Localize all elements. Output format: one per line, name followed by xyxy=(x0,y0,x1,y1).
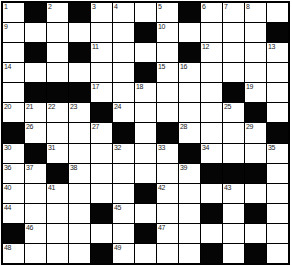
white-cell-r13c1[interactable]: 48 xyxy=(3,244,24,263)
clue-number-23: 23 xyxy=(70,103,77,111)
clue-number-33: 33 xyxy=(158,144,165,152)
clue-number-32: 32 xyxy=(114,144,121,152)
clue-number-19: 19 xyxy=(246,83,253,91)
clue-number-9: 9 xyxy=(4,23,8,31)
white-cell-r11c2[interactable] xyxy=(25,204,46,223)
white-cell-r12c13[interactable] xyxy=(267,224,288,243)
white-cell-r10c9[interactable] xyxy=(179,184,200,203)
black-cell-r9c12 xyxy=(245,164,266,183)
clue-number-17: 17 xyxy=(92,83,99,91)
white-cell-r4c6[interactable] xyxy=(113,63,134,82)
black-cell-r3c2 xyxy=(25,43,46,62)
black-cell-r7c6 xyxy=(113,123,134,142)
white-cell-r5c6[interactable] xyxy=(113,83,134,102)
white-cell-r10c6[interactable] xyxy=(113,184,134,203)
clue-number-26: 26 xyxy=(26,123,33,131)
white-cell-r2c9[interactable] xyxy=(179,23,200,42)
crossword-grid: 1234567891011121314151617181920212223242… xyxy=(1,1,290,265)
white-cell-r9c8[interactable] xyxy=(157,164,178,183)
white-cell-r3c6[interactable] xyxy=(113,43,134,62)
white-cell-r2c10[interactable] xyxy=(201,23,222,42)
white-cell-r13c11[interactable] xyxy=(223,244,244,263)
white-cell-r1c10[interactable]: 6 xyxy=(201,3,222,22)
clue-number-36: 36 xyxy=(4,164,11,172)
clue-number-6: 6 xyxy=(202,3,206,11)
white-cell-r9c9[interactable]: 39 xyxy=(179,164,200,183)
white-cell-r7c11[interactable] xyxy=(223,123,244,142)
clue-number-35: 35 xyxy=(268,144,275,152)
white-cell-r13c13[interactable] xyxy=(267,244,288,263)
white-cell-r6c1[interactable]: 20 xyxy=(3,103,24,122)
white-cell-r4c9[interactable]: 16 xyxy=(179,63,200,82)
white-cell-r11c7[interactable] xyxy=(135,204,156,223)
clue-number-46: 46 xyxy=(26,224,33,232)
black-cell-r13c10 xyxy=(201,244,222,263)
white-cell-r10c2[interactable] xyxy=(25,184,46,203)
white-cell-r12c6[interactable] xyxy=(113,224,134,243)
white-cell-r8c4[interactable] xyxy=(69,144,90,163)
white-cell-r9c13[interactable] xyxy=(267,164,288,183)
clue-number-14: 14 xyxy=(4,63,11,71)
white-cell-r4c1[interactable]: 14 xyxy=(3,63,24,82)
white-cell-r12c5[interactable] xyxy=(91,224,112,243)
black-cell-r5c11 xyxy=(223,83,244,102)
white-cell-r10c10[interactable] xyxy=(201,184,222,203)
white-cell-r7c10[interactable] xyxy=(201,123,222,142)
white-cell-r3c5[interactable]: 11 xyxy=(91,43,112,62)
white-cell-r11c11[interactable] xyxy=(223,204,244,223)
black-cell-r1c2 xyxy=(25,3,46,22)
clue-number-7: 7 xyxy=(224,3,228,11)
white-cell-r1c3[interactable]: 2 xyxy=(47,3,68,22)
clue-number-44: 44 xyxy=(4,204,11,212)
white-cell-r11c8[interactable] xyxy=(157,204,178,223)
clue-number-45: 45 xyxy=(114,204,121,212)
black-cell-r3c9 xyxy=(179,43,200,62)
white-cell-r4c13[interactable] xyxy=(267,63,288,82)
clue-number-31: 31 xyxy=(48,144,55,152)
white-cell-r2c1[interactable]: 9 xyxy=(3,23,24,42)
black-cell-r5c4 xyxy=(69,83,90,102)
clue-number-5: 5 xyxy=(158,3,162,11)
clue-number-10: 10 xyxy=(158,23,165,31)
white-cell-r3c11[interactable] xyxy=(223,43,244,62)
white-cell-r6c11[interactable]: 25 xyxy=(223,103,244,122)
white-cell-r12c8[interactable]: 47 xyxy=(157,224,178,243)
clue-number-42: 42 xyxy=(158,184,165,192)
black-cell-r9c3 xyxy=(47,164,68,183)
black-cell-r5c2 xyxy=(25,83,46,102)
black-cell-r2c7 xyxy=(135,23,156,42)
white-cell-r6c2[interactable]: 21 xyxy=(25,103,46,122)
white-cell-r13c9[interactable] xyxy=(179,244,200,263)
black-cell-r2c13 xyxy=(267,23,288,42)
clue-number-47: 47 xyxy=(158,224,165,232)
white-cell-r10c11[interactable]: 43 xyxy=(223,184,244,203)
white-cell-r13c3[interactable] xyxy=(47,244,68,263)
white-cell-r12c2[interactable]: 46 xyxy=(25,224,46,243)
white-cell-r10c4[interactable] xyxy=(69,184,90,203)
clue-number-43: 43 xyxy=(224,184,231,192)
white-cell-r6c8[interactable] xyxy=(157,103,178,122)
white-cell-r8c8[interactable]: 33 xyxy=(157,144,178,163)
white-cell-r11c6[interactable]: 45 xyxy=(113,204,134,223)
clue-number-3: 3 xyxy=(92,3,96,11)
white-cell-r9c6[interactable] xyxy=(113,164,134,183)
white-cell-r8c5[interactable] xyxy=(91,144,112,163)
white-cell-r6c10[interactable] xyxy=(201,103,222,122)
white-cell-r3c7[interactable] xyxy=(135,43,156,62)
clue-number-11: 11 xyxy=(92,43,99,51)
white-cell-r8c7[interactable] xyxy=(135,144,156,163)
white-cell-r7c9[interactable]: 28 xyxy=(179,123,200,142)
white-cell-r1c5[interactable]: 3 xyxy=(91,3,112,22)
black-cell-r4c7 xyxy=(135,63,156,82)
white-cell-r11c13[interactable] xyxy=(267,204,288,223)
clue-number-25: 25 xyxy=(224,103,231,111)
black-cell-r7c1 xyxy=(3,123,24,142)
white-cell-r10c12[interactable] xyxy=(245,184,266,203)
clue-number-16: 16 xyxy=(180,63,187,71)
clue-number-4: 4 xyxy=(114,3,118,11)
white-cell-r11c9[interactable] xyxy=(179,204,200,223)
black-cell-r13c12 xyxy=(245,244,266,263)
clue-number-24: 24 xyxy=(114,103,121,111)
white-cell-r5c10[interactable] xyxy=(201,83,222,102)
black-cell-r12c7 xyxy=(135,224,156,243)
white-cell-r7c12[interactable]: 29 xyxy=(245,123,266,142)
white-cell-r12c4[interactable] xyxy=(69,224,90,243)
white-cell-r6c7[interactable] xyxy=(135,103,156,122)
white-cell-r2c8[interactable]: 10 xyxy=(157,23,178,42)
white-cell-r2c12[interactable] xyxy=(245,23,266,42)
white-cell-r9c5[interactable] xyxy=(91,164,112,183)
white-cell-r1c1[interactable]: 1 xyxy=(3,3,24,22)
clue-number-28: 28 xyxy=(180,123,187,131)
white-cell-r8c11[interactable] xyxy=(223,144,244,163)
white-cell-r13c6[interactable]: 49 xyxy=(113,244,134,263)
white-cell-r6c13[interactable] xyxy=(267,103,288,122)
white-cell-r2c2[interactable] xyxy=(25,23,46,42)
white-cell-r4c2[interactable] xyxy=(25,63,46,82)
white-cell-r10c3[interactable]: 41 xyxy=(47,184,68,203)
white-cell-r11c1[interactable]: 44 xyxy=(3,204,24,223)
white-cell-r4c12[interactable] xyxy=(245,63,266,82)
white-cell-r2c4[interactable] xyxy=(69,23,90,42)
white-cell-r4c11[interactable] xyxy=(223,63,244,82)
clue-number-13: 13 xyxy=(268,43,275,51)
clue-number-12: 12 xyxy=(202,43,209,51)
white-cell-r4c8[interactable]: 15 xyxy=(157,63,178,82)
black-cell-r1c9 xyxy=(179,3,200,22)
black-cell-r13c5 xyxy=(91,244,112,263)
black-cell-r7c8 xyxy=(157,123,178,142)
white-cell-r7c3[interactable] xyxy=(47,123,68,142)
white-cell-r4c3[interactable] xyxy=(47,63,68,82)
white-cell-r1c11[interactable]: 7 xyxy=(223,3,244,22)
white-cell-r10c5[interactable] xyxy=(91,184,112,203)
clue-number-49: 49 xyxy=(114,244,121,252)
white-cell-r3c8[interactable] xyxy=(157,43,178,62)
black-cell-r10c7 xyxy=(135,184,156,203)
white-cell-r1c7[interactable] xyxy=(135,3,156,22)
white-cell-r5c13[interactable] xyxy=(267,83,288,102)
white-cell-r1c13[interactable] xyxy=(267,3,288,22)
white-cell-r3c13[interactable]: 13 xyxy=(267,43,288,62)
white-cell-r3c3[interactable] xyxy=(47,43,68,62)
black-cell-r11c5 xyxy=(91,204,112,223)
white-cell-r5c9[interactable] xyxy=(179,83,200,102)
white-cell-r8c12[interactable] xyxy=(245,144,266,163)
white-cell-r13c7[interactable] xyxy=(135,244,156,263)
clue-number-30: 30 xyxy=(4,144,11,152)
black-cell-r3c4 xyxy=(69,43,90,62)
white-cell-r12c11[interactable] xyxy=(223,224,244,243)
white-cell-r8c3[interactable]: 31 xyxy=(47,144,68,163)
white-cell-r8c13[interactable]: 35 xyxy=(267,144,288,163)
clue-number-21: 21 xyxy=(26,103,33,111)
white-cell-r2c11[interactable] xyxy=(223,23,244,42)
white-cell-r13c2[interactable] xyxy=(25,244,46,263)
black-cell-r8c9 xyxy=(179,144,200,163)
white-cell-r3c1[interactable] xyxy=(3,43,24,62)
clue-number-18: 18 xyxy=(136,83,143,91)
white-cell-r10c1[interactable]: 40 xyxy=(3,184,24,203)
white-cell-r5c12[interactable]: 19 xyxy=(245,83,266,102)
clue-number-39: 39 xyxy=(180,164,187,172)
white-cell-r6c3[interactable]: 22 xyxy=(47,103,68,122)
white-cell-r12c3[interactable] xyxy=(47,224,68,243)
clue-number-48: 48 xyxy=(4,244,11,252)
white-cell-r7c7[interactable] xyxy=(135,123,156,142)
clue-number-2: 2 xyxy=(48,3,52,11)
white-cell-r11c4[interactable] xyxy=(69,204,90,223)
white-cell-r10c13[interactable] xyxy=(267,184,288,203)
white-cell-r7c4[interactable] xyxy=(69,123,90,142)
black-cell-r6c5 xyxy=(91,103,112,122)
white-cell-r8c1[interactable]: 30 xyxy=(3,144,24,163)
clue-number-15: 15 xyxy=(158,63,165,71)
white-cell-r5c8[interactable] xyxy=(157,83,178,102)
white-cell-r9c7[interactable] xyxy=(135,164,156,183)
black-cell-r6c12 xyxy=(245,103,266,122)
clue-number-29: 29 xyxy=(246,123,253,131)
white-cell-r12c10[interactable] xyxy=(201,224,222,243)
black-cell-r9c11 xyxy=(223,164,244,183)
black-cell-r11c12 xyxy=(245,204,266,223)
white-cell-r2c3[interactable] xyxy=(47,23,68,42)
white-cell-r8c6[interactable]: 32 xyxy=(113,144,134,163)
white-cell-r11c3[interactable] xyxy=(47,204,68,223)
black-cell-r8c2 xyxy=(25,144,46,163)
clue-number-20: 20 xyxy=(4,103,11,111)
white-cell-r6c6[interactable]: 24 xyxy=(113,103,134,122)
white-cell-r2c5[interactable] xyxy=(91,23,112,42)
clue-number-1: 1 xyxy=(4,3,8,11)
crossword-board: 1234567891011121314151617181920212223242… xyxy=(0,0,292,266)
white-cell-r7c2[interactable]: 26 xyxy=(25,123,46,142)
white-cell-r1c6[interactable]: 4 xyxy=(113,3,134,22)
white-cell-r8c10[interactable]: 34 xyxy=(201,144,222,163)
black-cell-r7c13 xyxy=(267,123,288,142)
white-cell-r9c1[interactable]: 36 xyxy=(3,164,24,183)
clue-number-41: 41 xyxy=(48,184,55,192)
white-cell-r5c7[interactable]: 18 xyxy=(135,83,156,102)
clue-number-40: 40 xyxy=(4,184,11,192)
clue-number-37: 37 xyxy=(26,164,33,172)
white-cell-r1c12[interactable]: 8 xyxy=(245,3,266,22)
black-cell-r5c3 xyxy=(47,83,68,102)
white-cell-r13c8[interactable] xyxy=(157,244,178,263)
clue-number-22: 22 xyxy=(48,103,55,111)
white-cell-r12c12[interactable] xyxy=(245,224,266,243)
white-cell-r3c10[interactable]: 12 xyxy=(201,43,222,62)
black-cell-r1c4 xyxy=(69,3,90,22)
white-cell-r10c8[interactable]: 42 xyxy=(157,184,178,203)
white-cell-r4c5[interactable] xyxy=(91,63,112,82)
clue-number-8: 8 xyxy=(246,3,250,11)
black-cell-r11c10 xyxy=(201,204,222,223)
white-cell-r12c9[interactable] xyxy=(179,224,200,243)
white-cell-r1c8[interactable]: 5 xyxy=(157,3,178,22)
white-cell-r6c9[interactable] xyxy=(179,103,200,122)
white-cell-r4c10[interactable] xyxy=(201,63,222,82)
white-cell-r7c5[interactable]: 27 xyxy=(91,123,112,142)
clue-number-38: 38 xyxy=(70,164,77,172)
black-cell-r9c10 xyxy=(201,164,222,183)
white-cell-r5c1[interactable] xyxy=(3,83,24,102)
white-cell-r3c12[interactable] xyxy=(245,43,266,62)
white-cell-r2c6[interactable] xyxy=(113,23,134,42)
white-cell-r5c5[interactable]: 17 xyxy=(91,83,112,102)
black-cell-r12c1 xyxy=(3,224,24,243)
white-cell-r9c2[interactable]: 37 xyxy=(25,164,46,183)
clue-number-34: 34 xyxy=(202,144,209,152)
white-cell-r4c4[interactable] xyxy=(69,63,90,82)
white-cell-r13c4[interactable] xyxy=(69,244,90,263)
white-cell-r9c4[interactable]: 38 xyxy=(69,164,90,183)
white-cell-r6c4[interactable]: 23 xyxy=(69,103,90,122)
clue-number-27: 27 xyxy=(92,123,99,131)
